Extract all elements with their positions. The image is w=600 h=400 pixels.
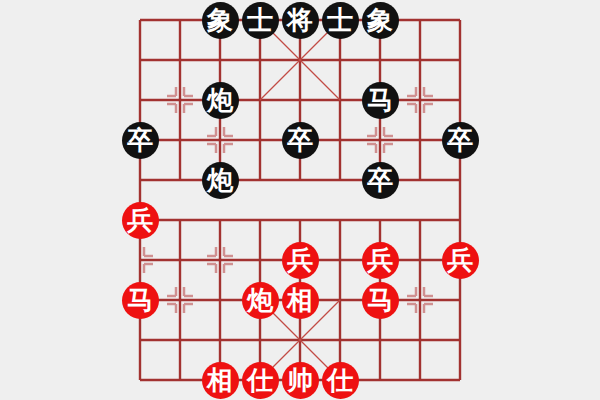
board-point[interactable]: [160, 240, 200, 280]
board-point[interactable]: 象: [360, 0, 400, 40]
piece-red-horse[interactable]: 马: [362, 282, 399, 319]
board-point[interactable]: [320, 120, 360, 160]
board-point[interactable]: [440, 360, 480, 400]
board-point[interactable]: [320, 40, 360, 80]
board-point[interactable]: 卒: [360, 160, 400, 200]
board-point[interactable]: [200, 40, 240, 80]
board-point[interactable]: [240, 240, 280, 280]
piece-red-cannon[interactable]: 炮: [242, 282, 279, 319]
board-point[interactable]: [360, 120, 400, 160]
board-point[interactable]: 炮: [240, 280, 280, 320]
piece-black-pawn[interactable]: 卒: [362, 162, 399, 199]
board-point[interactable]: [280, 160, 320, 200]
board-point[interactable]: [320, 160, 360, 200]
piece-red-pawn[interactable]: 兵: [362, 242, 399, 279]
board-point[interactable]: 炮: [200, 80, 240, 120]
board-point[interactable]: [280, 200, 320, 240]
piece-black-cannon[interactable]: 炮: [202, 162, 239, 199]
piece-red-advisor[interactable]: 仕: [242, 362, 279, 399]
xiangqi-board: 象士将士象炮马卒卒卒炮卒兵兵兵兵马炮相马相仕帅仕: [0, 0, 600, 400]
board-point[interactable]: 士: [320, 0, 360, 40]
board-point[interactable]: 兵: [120, 200, 160, 240]
board-point[interactable]: [360, 200, 400, 240]
board-point[interactable]: [200, 120, 240, 160]
board-point[interactable]: [320, 320, 360, 360]
board-point[interactable]: [120, 40, 160, 80]
board-point[interactable]: [120, 0, 160, 40]
board-point[interactable]: [320, 280, 360, 320]
piece-black-pawn[interactable]: 卒: [122, 122, 159, 159]
board-point[interactable]: [160, 200, 200, 240]
board-point[interactable]: 相: [280, 280, 320, 320]
piece-red-elephant[interactable]: 相: [282, 282, 319, 319]
board-point[interactable]: 帅: [280, 360, 320, 400]
board-point[interactable]: [360, 40, 400, 80]
board-point[interactable]: [160, 80, 200, 120]
board-point[interactable]: [160, 280, 200, 320]
board-point[interactable]: [400, 160, 440, 200]
board-point[interactable]: [440, 40, 480, 80]
board-point[interactable]: [240, 80, 280, 120]
board-point[interactable]: [400, 320, 440, 360]
board-point[interactable]: 仕: [240, 360, 280, 400]
board-point[interactable]: [440, 160, 480, 200]
piece-red-advisor[interactable]: 仕: [322, 362, 359, 399]
board-point[interactable]: 象: [200, 0, 240, 40]
board-point[interactable]: [280, 80, 320, 120]
board-point[interactable]: [120, 160, 160, 200]
board-point[interactable]: 马: [120, 280, 160, 320]
board-point[interactable]: [360, 360, 400, 400]
board-point[interactable]: [280, 40, 320, 80]
board-point[interactable]: [440, 80, 480, 120]
piece-red-elephant[interactable]: 相: [202, 362, 239, 399]
board-point[interactable]: [440, 320, 480, 360]
board-point[interactable]: [120, 80, 160, 120]
board-point[interactable]: [400, 200, 440, 240]
piece-black-elephant[interactable]: 象: [202, 2, 239, 39]
board-point[interactable]: [120, 360, 160, 400]
piece-black-advisor[interactable]: 士: [322, 2, 359, 39]
board-point[interactable]: [160, 0, 200, 40]
piece-red-horse[interactable]: 马: [122, 282, 159, 319]
board-point[interactable]: [240, 120, 280, 160]
board-point[interactable]: 将: [280, 0, 320, 40]
board-point[interactable]: 相: [200, 360, 240, 400]
piece-red-pawn[interactable]: 兵: [122, 202, 159, 239]
board-point[interactable]: [160, 120, 200, 160]
board-point[interactable]: 卒: [440, 120, 480, 160]
piece-black-pawn[interactable]: 卒: [282, 122, 319, 159]
board-point[interactable]: [400, 120, 440, 160]
board-point[interactable]: 兵: [360, 240, 400, 280]
board-point[interactable]: [200, 200, 240, 240]
board-point[interactable]: [400, 0, 440, 40]
board-point[interactable]: 卒: [120, 120, 160, 160]
board-point[interactable]: [440, 0, 480, 40]
piece-black-pawn[interactable]: 卒: [442, 122, 479, 159]
board-point[interactable]: [320, 80, 360, 120]
board-point[interactable]: 士: [240, 0, 280, 40]
board-point[interactable]: [240, 40, 280, 80]
board-point[interactable]: [160, 320, 200, 360]
board-point[interactable]: [400, 360, 440, 400]
board-point[interactable]: [120, 320, 160, 360]
board-point[interactable]: [280, 320, 320, 360]
board-point[interactable]: 炮: [200, 160, 240, 200]
board-point[interactable]: [400, 40, 440, 80]
board-point[interactable]: [400, 280, 440, 320]
board-point[interactable]: [200, 320, 240, 360]
piece-red-general[interactable]: 帅: [282, 362, 319, 399]
board-point[interactable]: [240, 160, 280, 200]
piece-black-cannon[interactable]: 炮: [202, 82, 239, 119]
board-point[interactable]: [360, 320, 400, 360]
board-point[interactable]: [160, 40, 200, 80]
board-point[interactable]: [160, 160, 200, 200]
board-point[interactable]: [440, 200, 480, 240]
piece-black-elephant[interactable]: 象: [362, 2, 399, 39]
board-point[interactable]: [120, 240, 160, 280]
piece-black-horse[interactable]: 马: [362, 82, 399, 119]
piece-black-advisor[interactable]: 士: [242, 2, 279, 39]
board-point[interactable]: [440, 280, 480, 320]
board-point[interactable]: [240, 320, 280, 360]
board-point[interactable]: [400, 240, 440, 280]
board-point[interactable]: 兵: [280, 240, 320, 280]
board-point[interactable]: [200, 280, 240, 320]
board-point[interactable]: 马: [360, 280, 400, 320]
board-point[interactable]: 卒: [280, 120, 320, 160]
board-point[interactable]: [400, 80, 440, 120]
board-point[interactable]: 马: [360, 80, 400, 120]
piece-black-general[interactable]: 将: [282, 2, 319, 39]
board-point[interactable]: 兵: [440, 240, 480, 280]
board-point[interactable]: [240, 200, 280, 240]
board-point[interactable]: 仕: [320, 360, 360, 400]
piece-red-pawn[interactable]: 兵: [282, 242, 319, 279]
board-point[interactable]: [320, 200, 360, 240]
board-points-grid: 象士将士象炮马卒卒卒炮卒兵兵兵兵马炮相马相仕帅仕: [120, 0, 480, 400]
board-point[interactable]: [320, 240, 360, 280]
board-point[interactable]: [160, 360, 200, 400]
board-point[interactable]: [200, 240, 240, 280]
piece-red-pawn[interactable]: 兵: [442, 242, 479, 279]
